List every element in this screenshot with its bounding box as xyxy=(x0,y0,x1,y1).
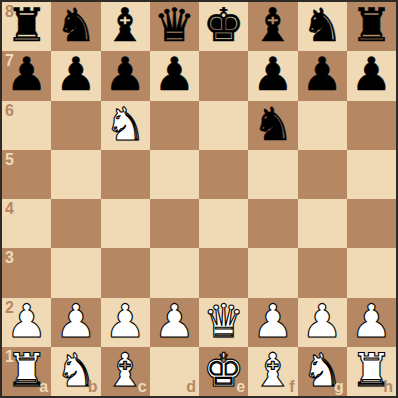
rank-label-2: 2 xyxy=(5,300,14,316)
square-g5[interactable] xyxy=(298,150,347,199)
square-b8[interactable]: ♞ xyxy=(51,2,100,51)
square-h3[interactable] xyxy=(347,248,396,297)
piece-white-pawn[interactable]: ♟ xyxy=(55,297,96,346)
square-b6[interactable] xyxy=(51,101,100,150)
square-d4[interactable] xyxy=(150,199,199,248)
square-f3[interactable] xyxy=(248,248,297,297)
file-label-f: f xyxy=(289,379,294,395)
rank-label-5: 5 xyxy=(5,152,14,168)
square-d6[interactable] xyxy=(150,101,199,150)
file-label-e: e xyxy=(236,379,245,395)
square-b1[interactable]: ♞b xyxy=(51,347,100,396)
piece-black-knight[interactable]: ♞ xyxy=(55,1,96,50)
rank-label-7: 7 xyxy=(5,53,14,69)
rank-label-6: 6 xyxy=(5,103,14,119)
piece-white-pawn[interactable]: ♟ xyxy=(302,297,343,346)
square-g2[interactable]: ♟ xyxy=(298,298,347,347)
file-label-d: d xyxy=(186,379,196,395)
square-a2[interactable]: ♟2 xyxy=(2,298,51,347)
square-f5[interactable] xyxy=(248,150,297,199)
piece-black-pawn[interactable]: ♟ xyxy=(55,50,96,99)
square-d2[interactable]: ♟ xyxy=(150,298,199,347)
square-a8[interactable]: ♜8 xyxy=(2,2,51,51)
square-a7[interactable]: ♟7 xyxy=(2,51,51,100)
square-g1[interactable]: ♞g xyxy=(298,347,347,396)
square-e7[interactable] xyxy=(199,51,248,100)
square-e1[interactable]: ♚e xyxy=(199,347,248,396)
square-a3[interactable]: 3 xyxy=(2,248,51,297)
square-h8[interactable]: ♜ xyxy=(347,2,396,51)
piece-black-pawn[interactable]: ♟ xyxy=(154,50,195,99)
piece-black-knight[interactable]: ♞ xyxy=(302,1,343,50)
piece-white-pawn[interactable]: ♟ xyxy=(252,297,293,346)
square-h5[interactable] xyxy=(347,150,396,199)
file-label-a: a xyxy=(39,379,48,395)
piece-black-pawn[interactable]: ♟ xyxy=(105,50,146,99)
square-c3[interactable] xyxy=(101,248,150,297)
square-d3[interactable] xyxy=(150,248,199,297)
square-g8[interactable]: ♞ xyxy=(298,2,347,51)
piece-black-rook[interactable]: ♜ xyxy=(351,1,392,50)
square-a6[interactable]: 6 xyxy=(2,101,51,150)
file-label-c: c xyxy=(138,379,147,395)
rank-label-4: 4 xyxy=(5,201,14,217)
piece-black-king[interactable]: ♚ xyxy=(203,1,244,50)
file-label-g: g xyxy=(334,379,344,395)
piece-white-queen[interactable]: ♛ xyxy=(203,297,244,346)
square-g6[interactable] xyxy=(298,101,347,150)
square-c2[interactable]: ♟ xyxy=(101,298,150,347)
piece-white-bishop[interactable]: ♝ xyxy=(252,346,293,395)
square-h6[interactable] xyxy=(347,101,396,150)
piece-black-bishop[interactable]: ♝ xyxy=(252,1,293,50)
square-f7[interactable]: ♟ xyxy=(248,51,297,100)
square-d7[interactable]: ♟ xyxy=(150,51,199,100)
square-d1[interactable]: d xyxy=(150,347,199,396)
file-label-b: b xyxy=(88,379,98,395)
square-f4[interactable] xyxy=(248,199,297,248)
chess-app: ♜8♞♝♛♚♝♞♜♟7♟♟♟♟♟♟6♞♞543♟2♟♟♟♛♟♟♟♜1a♞b♝cd… xyxy=(0,0,398,398)
square-g7[interactable]: ♟ xyxy=(298,51,347,100)
square-a1[interactable]: ♜1a xyxy=(2,347,51,396)
square-h7[interactable]: ♟ xyxy=(347,51,396,100)
square-b7[interactable]: ♟ xyxy=(51,51,100,100)
piece-black-pawn[interactable]: ♟ xyxy=(351,50,392,99)
square-d5[interactable] xyxy=(150,150,199,199)
square-b4[interactable] xyxy=(51,199,100,248)
square-b3[interactable] xyxy=(51,248,100,297)
square-f1[interactable]: ♝f xyxy=(248,347,297,396)
square-c1[interactable]: ♝c xyxy=(101,347,150,396)
piece-white-pawn[interactable]: ♟ xyxy=(154,297,195,346)
square-h4[interactable] xyxy=(347,199,396,248)
square-f2[interactable]: ♟ xyxy=(248,298,297,347)
square-e5[interactable] xyxy=(199,150,248,199)
square-f8[interactable]: ♝ xyxy=(248,2,297,51)
square-e6[interactable] xyxy=(199,101,248,150)
square-h1[interactable]: ♜h xyxy=(347,347,396,396)
square-g4[interactable] xyxy=(298,199,347,248)
square-c7[interactable]: ♟ xyxy=(101,51,150,100)
square-e4[interactable] xyxy=(199,199,248,248)
piece-white-pawn[interactable]: ♟ xyxy=(351,297,392,346)
piece-white-knight[interactable]: ♞ xyxy=(105,100,146,149)
square-e3[interactable] xyxy=(199,248,248,297)
square-c6[interactable]: ♞ xyxy=(101,101,150,150)
chess-board: ♜8♞♝♛♚♝♞♜♟7♟♟♟♟♟♟6♞♞543♟2♟♟♟♛♟♟♟♜1a♞b♝cd… xyxy=(0,0,398,398)
square-f6[interactable]: ♞ xyxy=(248,101,297,150)
square-c8[interactable]: ♝ xyxy=(101,2,150,51)
square-a4[interactable]: 4 xyxy=(2,199,51,248)
rank-label-3: 3 xyxy=(5,250,14,266)
piece-black-bishop[interactable]: ♝ xyxy=(105,1,146,50)
square-e2[interactable]: ♛ xyxy=(199,298,248,347)
file-label-h: h xyxy=(383,379,393,395)
rank-label-1: 1 xyxy=(5,349,14,365)
square-b5[interactable] xyxy=(51,150,100,199)
piece-black-pawn[interactable]: ♟ xyxy=(302,50,343,99)
piece-white-pawn[interactable]: ♟ xyxy=(105,297,146,346)
piece-black-knight[interactable]: ♞ xyxy=(252,100,293,149)
piece-black-pawn[interactable]: ♟ xyxy=(252,50,293,99)
square-d8[interactable]: ♛ xyxy=(150,2,199,51)
square-g3[interactable] xyxy=(298,248,347,297)
square-c5[interactable] xyxy=(101,150,150,199)
square-e8[interactable]: ♚ xyxy=(199,2,248,51)
rank-label-8: 8 xyxy=(5,4,14,20)
square-b2[interactable]: ♟ xyxy=(51,298,100,347)
square-a5[interactable]: 5 xyxy=(2,150,51,199)
piece-black-queen[interactable]: ♛ xyxy=(154,1,195,50)
square-c4[interactable] xyxy=(101,199,150,248)
square-h2[interactable]: ♟ xyxy=(347,298,396,347)
